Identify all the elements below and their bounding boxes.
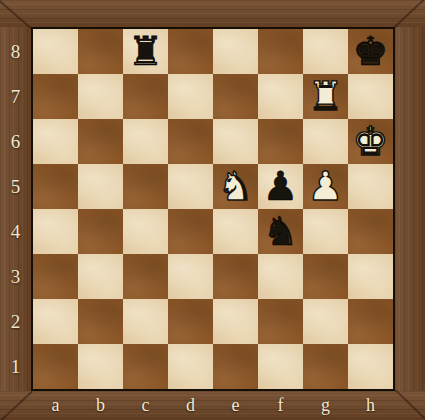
rank-label-3: 3: [0, 254, 31, 299]
square-c8[interactable]: ♜: [123, 29, 168, 74]
square-d6[interactable]: [168, 119, 213, 164]
square-b2[interactable]: [78, 299, 123, 344]
square-f2[interactable]: [258, 299, 303, 344]
square-d8[interactable]: [168, 29, 213, 74]
square-b4[interactable]: [78, 209, 123, 254]
square-b8[interactable]: [78, 29, 123, 74]
square-g3[interactable]: [303, 254, 348, 299]
square-e7[interactable]: [213, 74, 258, 119]
piece-black-king: ♚: [353, 31, 389, 71]
square-b5[interactable]: [78, 164, 123, 209]
file-label-f: f: [258, 391, 303, 420]
square-f8[interactable]: [258, 29, 303, 74]
square-f6[interactable]: [258, 119, 303, 164]
square-a5[interactable]: [33, 164, 78, 209]
square-a7[interactable]: [33, 74, 78, 119]
rank-label-6: 6: [0, 119, 31, 164]
square-h1[interactable]: [348, 344, 393, 389]
square-c5[interactable]: [123, 164, 168, 209]
piece-black-knight: ♞: [263, 211, 299, 251]
square-f3[interactable]: [258, 254, 303, 299]
square-e2[interactable]: [213, 299, 258, 344]
square-b6[interactable]: [78, 119, 123, 164]
piece-black-rook: ♜: [128, 31, 164, 71]
piece-white-knight: ♞: [218, 166, 254, 206]
rank-label-8: 8: [0, 29, 31, 74]
square-g8[interactable]: [303, 29, 348, 74]
file-label-h: h: [348, 391, 393, 420]
square-e4[interactable]: [213, 209, 258, 254]
square-h2[interactable]: [348, 299, 393, 344]
rank-labels: 87654321: [0, 29, 31, 389]
square-f7[interactable]: [258, 74, 303, 119]
square-h6[interactable]: ♚: [348, 119, 393, 164]
square-c2[interactable]: [123, 299, 168, 344]
file-label-d: d: [168, 391, 213, 420]
file-label-c: c: [123, 391, 168, 420]
board-frame-right: [395, 0, 425, 420]
square-e3[interactable]: [213, 254, 258, 299]
square-d4[interactable]: [168, 209, 213, 254]
square-b1[interactable]: [78, 344, 123, 389]
file-label-e: e: [213, 391, 258, 420]
square-a8[interactable]: [33, 29, 78, 74]
square-g4[interactable]: [303, 209, 348, 254]
square-h3[interactable]: [348, 254, 393, 299]
square-b7[interactable]: [78, 74, 123, 119]
rank-label-1: 1: [0, 344, 31, 389]
square-c7[interactable]: [123, 74, 168, 119]
file-label-b: b: [78, 391, 123, 420]
rank-label-5: 5: [0, 164, 31, 209]
square-f1[interactable]: [258, 344, 303, 389]
rank-label-7: 7: [0, 74, 31, 119]
piece-white-pawn: ♟: [308, 166, 344, 206]
square-c4[interactable]: [123, 209, 168, 254]
piece-white-rook: ♜: [308, 76, 344, 116]
piece-white-king: ♚: [353, 121, 389, 161]
square-a3[interactable]: [33, 254, 78, 299]
chess-board: ♜♚♜♚♞♟♟♞: [31, 27, 395, 391]
square-a2[interactable]: [33, 299, 78, 344]
square-h4[interactable]: [348, 209, 393, 254]
square-c6[interactable]: [123, 119, 168, 164]
rank-label-4: 4: [0, 209, 31, 254]
piece-black-pawn: ♟: [263, 166, 299, 206]
square-e6[interactable]: [213, 119, 258, 164]
file-label-g: g: [303, 391, 348, 420]
square-a1[interactable]: [33, 344, 78, 389]
square-d7[interactable]: [168, 74, 213, 119]
square-c3[interactable]: [123, 254, 168, 299]
board-frame-top: [0, 0, 425, 27]
square-e1[interactable]: [213, 344, 258, 389]
square-h7[interactable]: [348, 74, 393, 119]
file-label-a: a: [33, 391, 78, 420]
square-a4[interactable]: [33, 209, 78, 254]
square-h5[interactable]: [348, 164, 393, 209]
square-g2[interactable]: [303, 299, 348, 344]
square-b3[interactable]: [78, 254, 123, 299]
square-a6[interactable]: [33, 119, 78, 164]
chess-board-window: ♜♚♜♚♞♟♟♞ 87654321 abcdefgh: [0, 0, 425, 420]
square-h8[interactable]: ♚: [348, 29, 393, 74]
square-g1[interactable]: [303, 344, 348, 389]
square-d2[interactable]: [168, 299, 213, 344]
square-e8[interactable]: [213, 29, 258, 74]
square-e5[interactable]: ♞: [213, 164, 258, 209]
square-d1[interactable]: [168, 344, 213, 389]
square-d5[interactable]: [168, 164, 213, 209]
square-g5[interactable]: ♟: [303, 164, 348, 209]
square-f4[interactable]: ♞: [258, 209, 303, 254]
rank-label-2: 2: [0, 299, 31, 344]
file-labels: abcdefgh: [33, 391, 393, 420]
square-f5[interactable]: ♟: [258, 164, 303, 209]
square-g7[interactable]: ♜: [303, 74, 348, 119]
square-g6[interactable]: [303, 119, 348, 164]
square-d3[interactable]: [168, 254, 213, 299]
square-c1[interactable]: [123, 344, 168, 389]
